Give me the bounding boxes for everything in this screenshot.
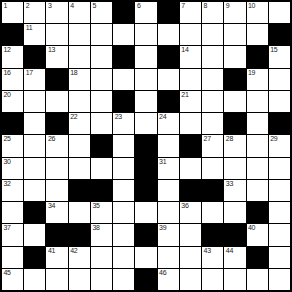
cell-r8c7-black	[135, 158, 156, 179]
cell-r8c1[interactable]: 30	[2, 158, 23, 179]
cell-r1c10[interactable]: 8	[202, 2, 223, 23]
clue-number-46: 46	[159, 269, 166, 277]
cell-r12c1[interactable]	[2, 247, 23, 268]
cell-r7c2[interactable]	[24, 135, 45, 156]
cell-r11c2[interactable]	[24, 224, 45, 245]
cell-r5c13[interactable]	[269, 91, 290, 112]
cell-r6c1-black	[2, 113, 23, 134]
cell-r9c2[interactable]	[24, 180, 45, 201]
cell-r8c13[interactable]	[269, 158, 290, 179]
cell-r8c8[interactable]: 31	[158, 158, 179, 179]
cell-r7c11[interactable]: 28	[224, 135, 245, 156]
cell-r7c13[interactable]: 29	[269, 135, 290, 156]
cell-r1c11[interactable]: 9	[224, 2, 245, 23]
cell-r13c2[interactable]	[24, 269, 45, 290]
clue-number-4: 4	[70, 2, 74, 10]
cell-r10c11[interactable]	[224, 202, 245, 223]
clue-number-44: 44	[226, 247, 233, 255]
cell-r11c3-black	[46, 224, 67, 245]
cell-r5c7[interactable]	[135, 91, 156, 112]
cell-r1c2[interactable]: 2	[24, 2, 45, 23]
clue-number-21: 21	[181, 91, 188, 99]
cell-r9c1[interactable]: 32	[2, 180, 23, 201]
cell-r2c5[interactable]	[91, 24, 112, 45]
clue-number-20: 20	[4, 91, 11, 99]
cell-r11c7-black	[135, 224, 156, 245]
cell-r7c12[interactable]	[247, 135, 268, 156]
cell-r12c6[interactable]	[113, 247, 134, 268]
cell-r3c11[interactable]	[224, 46, 245, 67]
cell-r10c7[interactable]	[135, 202, 156, 223]
clue-number-30: 30	[4, 158, 11, 166]
cell-r4c1[interactable]: 16	[2, 69, 23, 90]
cell-r5c8-black	[158, 91, 179, 112]
cell-r11c5[interactable]: 38	[91, 224, 112, 245]
cell-r13c9[interactable]	[180, 269, 201, 290]
cell-r8c6[interactable]	[113, 158, 134, 179]
cell-r5c4[interactable]	[69, 91, 90, 112]
cell-r10c5[interactable]: 35	[91, 202, 112, 223]
cell-r5c11[interactable]	[224, 91, 245, 112]
clue-number-32: 32	[4, 180, 11, 188]
cell-r1c9[interactable]: 7	[180, 2, 201, 23]
cell-r12c7[interactable]	[135, 247, 156, 268]
clue-number-13: 13	[48, 46, 55, 54]
cell-r13c12[interactable]	[247, 269, 268, 290]
cell-r10c1[interactable]	[2, 202, 23, 223]
cell-r3c1[interactable]: 12	[2, 46, 23, 67]
cell-r12c9[interactable]	[180, 247, 201, 268]
clue-number-42: 42	[70, 247, 77, 255]
clue-number-6: 6	[137, 2, 141, 10]
clue-number-11: 11	[26, 24, 33, 32]
cell-r10c2-black	[24, 202, 45, 223]
cell-r10c8[interactable]	[158, 202, 179, 223]
clue-number-33: 33	[226, 180, 233, 188]
cell-r3c3[interactable]: 13	[46, 46, 67, 67]
cell-r7c5-black	[91, 135, 112, 156]
cell-r8c11[interactable]	[224, 158, 245, 179]
cell-r4c6[interactable]	[113, 69, 134, 90]
clue-number-15: 15	[270, 46, 277, 54]
clue-number-1: 1	[4, 2, 8, 10]
clue-number-35: 35	[92, 202, 99, 210]
cell-r9c11[interactable]: 33	[224, 180, 245, 201]
clue-number-26: 26	[48, 135, 55, 143]
cell-r4c11-black	[224, 69, 245, 90]
clue-number-7: 7	[181, 2, 185, 10]
cell-r12c3[interactable]: 41	[46, 247, 67, 268]
clue-number-24: 24	[159, 113, 166, 121]
cell-r4c8[interactable]	[158, 69, 179, 90]
cell-r2c9[interactable]	[180, 24, 201, 45]
clue-number-40: 40	[248, 224, 255, 232]
clue-number-19: 19	[248, 69, 255, 77]
clue-number-36: 36	[181, 202, 188, 210]
cell-r10c10[interactable]	[202, 202, 223, 223]
cell-r3c8-black	[158, 46, 179, 67]
cell-r6c8[interactable]: 24	[158, 113, 179, 134]
cell-r6c13-black	[269, 113, 290, 134]
cell-r5c10[interactable]	[202, 91, 223, 112]
cell-r1c5[interactable]: 5	[91, 2, 112, 23]
cell-r8c9[interactable]	[180, 158, 201, 179]
cell-r10c12-black	[247, 202, 268, 223]
clue-number-3: 3	[48, 2, 52, 10]
clue-number-38: 38	[92, 224, 99, 232]
clue-number-5: 5	[92, 2, 96, 10]
cell-r2c6[interactable]	[113, 24, 134, 45]
cell-r1c4[interactable]: 4	[69, 2, 90, 23]
cell-r7c4[interactable]	[69, 135, 90, 156]
cell-r6c5[interactable]	[91, 113, 112, 134]
clue-number-2: 2	[26, 2, 30, 10]
cell-r2c4[interactable]	[69, 24, 90, 45]
cell-r9c6[interactable]	[113, 180, 134, 201]
cell-r13c3[interactable]	[46, 269, 67, 290]
cell-r6c12[interactable]	[247, 113, 268, 134]
cell-r1c1[interactable]: 1	[2, 2, 23, 23]
crossword-board: 1234567891011121314151617181920212223242…	[0, 0, 292, 292]
cell-r5c2[interactable]	[24, 91, 45, 112]
cell-r6c3-black	[46, 113, 67, 134]
cell-r9c9-black	[180, 180, 201, 201]
cell-r4c12[interactable]: 19	[247, 69, 268, 90]
clue-number-16: 16	[4, 69, 11, 77]
cell-r8c3[interactable]	[46, 158, 67, 179]
cell-r9c13[interactable]	[269, 180, 290, 201]
cell-r1c12[interactable]: 10	[247, 2, 268, 23]
cell-r11c13[interactable]	[269, 224, 290, 245]
cell-r12c11[interactable]: 44	[224, 247, 245, 268]
cell-r4c5[interactable]	[91, 69, 112, 90]
cell-r13c7-black	[135, 269, 156, 290]
cell-r9c4-black	[69, 180, 90, 201]
cell-r10c4[interactable]	[69, 202, 90, 223]
cell-r9c12[interactable]	[247, 180, 268, 201]
cell-r8c10[interactable]	[202, 158, 223, 179]
cell-r1c6-black	[113, 2, 134, 23]
cell-r1c7[interactable]: 6	[135, 2, 156, 23]
cell-r7c8[interactable]	[158, 135, 179, 156]
cell-r11c9[interactable]	[180, 224, 201, 245]
cell-r9c10-black	[202, 180, 223, 201]
cell-r5c12[interactable]	[247, 91, 268, 112]
cell-r7c9-black	[180, 135, 201, 156]
cell-r7c1[interactable]: 25	[2, 135, 23, 156]
cell-r13c5[interactable]	[91, 269, 112, 290]
cell-r10c9[interactable]: 36	[180, 202, 201, 223]
cell-r4c7[interactable]	[135, 69, 156, 90]
cell-r13c1[interactable]: 45	[2, 269, 23, 290]
clue-number-23: 23	[115, 113, 122, 121]
clue-number-27: 27	[204, 135, 211, 143]
cell-r11c1[interactable]: 37	[2, 224, 23, 245]
cell-r1c3[interactable]: 3	[46, 2, 67, 23]
cell-r9c3[interactable]	[46, 180, 67, 201]
cell-r12c12-black	[247, 247, 268, 268]
cell-r12c4[interactable]: 42	[69, 247, 90, 268]
clue-number-31: 31	[159, 158, 166, 166]
cell-r2c13-black	[269, 24, 290, 45]
cell-r8c2[interactable]	[24, 158, 45, 179]
cell-r2c3[interactable]	[46, 24, 67, 45]
clue-number-39: 39	[159, 224, 166, 232]
cell-r3c12-black	[247, 46, 268, 67]
cell-r9c7-black	[135, 180, 156, 201]
clue-number-28: 28	[226, 135, 233, 143]
cell-r6c7[interactable]	[135, 113, 156, 134]
cell-r8c4[interactable]	[69, 158, 90, 179]
cell-r3c6-black	[113, 46, 134, 67]
cell-r2c11[interactable]	[224, 24, 245, 45]
clue-number-43: 43	[204, 247, 211, 255]
cell-r12c2-black	[24, 247, 45, 268]
cell-r13c4[interactable]	[69, 269, 90, 290]
cell-r9c5-black	[91, 180, 112, 201]
cell-r12c5[interactable]	[91, 247, 112, 268]
cell-r5c6-black	[113, 91, 134, 112]
cell-r13c8[interactable]: 46	[158, 269, 179, 290]
clue-number-25: 25	[4, 135, 11, 143]
clue-number-10: 10	[248, 2, 255, 10]
clue-number-45: 45	[4, 269, 11, 277]
cell-r11c6[interactable]	[113, 224, 134, 245]
cell-r5c3[interactable]	[46, 91, 67, 112]
clue-number-9: 9	[226, 2, 230, 10]
cell-r2c12[interactable]	[247, 24, 268, 45]
cell-r8c5[interactable]	[91, 158, 112, 179]
cell-r3c10[interactable]	[202, 46, 223, 67]
cell-r12c8[interactable]	[158, 247, 179, 268]
cell-r11c8[interactable]: 39	[158, 224, 179, 245]
cell-r13c11[interactable]	[224, 269, 245, 290]
cell-r7c7-black	[135, 135, 156, 156]
cell-r2c8[interactable]	[158, 24, 179, 45]
cell-r6c10[interactable]	[202, 113, 223, 134]
cell-r12c10[interactable]: 43	[202, 247, 223, 268]
cell-r5c5[interactable]	[91, 91, 112, 112]
cell-r11c10-black	[202, 224, 223, 245]
crossword-grid: 1234567891011121314151617181920212223242…	[0, 0, 292, 292]
cell-r12c13[interactable]	[269, 247, 290, 268]
cell-r4c4[interactable]: 18	[69, 69, 90, 90]
clue-number-29: 29	[270, 135, 277, 143]
clue-number-18: 18	[70, 69, 77, 77]
cell-r4c9[interactable]	[180, 69, 201, 90]
cell-r10c13[interactable]	[269, 202, 290, 223]
clue-number-17: 17	[26, 69, 33, 77]
cell-r11c11-black	[224, 224, 245, 245]
cell-r7c10[interactable]: 27	[202, 135, 223, 156]
cell-r3c13[interactable]: 15	[269, 46, 290, 67]
cell-r4c10[interactable]	[202, 69, 223, 90]
clue-number-22: 22	[70, 113, 77, 121]
cell-r2c10[interactable]	[202, 24, 223, 45]
cell-r10c6[interactable]	[113, 202, 134, 223]
cell-r8c12[interactable]	[247, 158, 268, 179]
cell-r2c7[interactable]	[135, 24, 156, 45]
cell-r9c8[interactable]	[158, 180, 179, 201]
cell-r11c12[interactable]: 40	[247, 224, 268, 245]
cell-r7c6[interactable]	[113, 135, 134, 156]
cell-r3c5[interactable]	[91, 46, 112, 67]
cell-r1c8-black	[158, 2, 179, 23]
clue-number-8: 8	[204, 2, 208, 10]
cell-r13c13[interactable]	[269, 269, 290, 290]
cell-r3c9[interactable]: 14	[180, 46, 201, 67]
cell-r6c2[interactable]	[24, 113, 45, 134]
clue-number-14: 14	[181, 46, 188, 54]
clue-number-34: 34	[48, 202, 55, 210]
cell-r1c13[interactable]	[269, 2, 290, 23]
cell-r13c10[interactable]	[202, 269, 223, 290]
cell-r13c6[interactable]	[113, 269, 134, 290]
clue-number-37: 37	[4, 224, 11, 232]
cell-r11c4-black	[69, 224, 90, 245]
cell-r4c2[interactable]: 17	[24, 69, 45, 90]
cell-r4c3-black	[46, 69, 67, 90]
cell-r4c13[interactable]	[269, 69, 290, 90]
cell-r6c4[interactable]: 22	[69, 113, 90, 134]
cell-r7c3[interactable]: 26	[46, 135, 67, 156]
cell-r5c9[interactable]: 21	[180, 91, 201, 112]
cell-r6c9[interactable]	[180, 113, 201, 134]
cell-r10c3[interactable]: 34	[46, 202, 67, 223]
cell-r2c2[interactable]: 11	[24, 24, 45, 45]
clue-number-41: 41	[48, 247, 55, 255]
cell-r2c1-black	[2, 24, 23, 45]
cell-r3c4[interactable]	[69, 46, 90, 67]
cell-r6c6[interactable]: 23	[113, 113, 134, 134]
cell-r3c7[interactable]	[135, 46, 156, 67]
cell-r5c1[interactable]: 20	[2, 91, 23, 112]
cell-r6c11-black	[224, 113, 245, 134]
cell-r3c2-black	[24, 46, 45, 67]
clue-number-12: 12	[4, 46, 11, 54]
